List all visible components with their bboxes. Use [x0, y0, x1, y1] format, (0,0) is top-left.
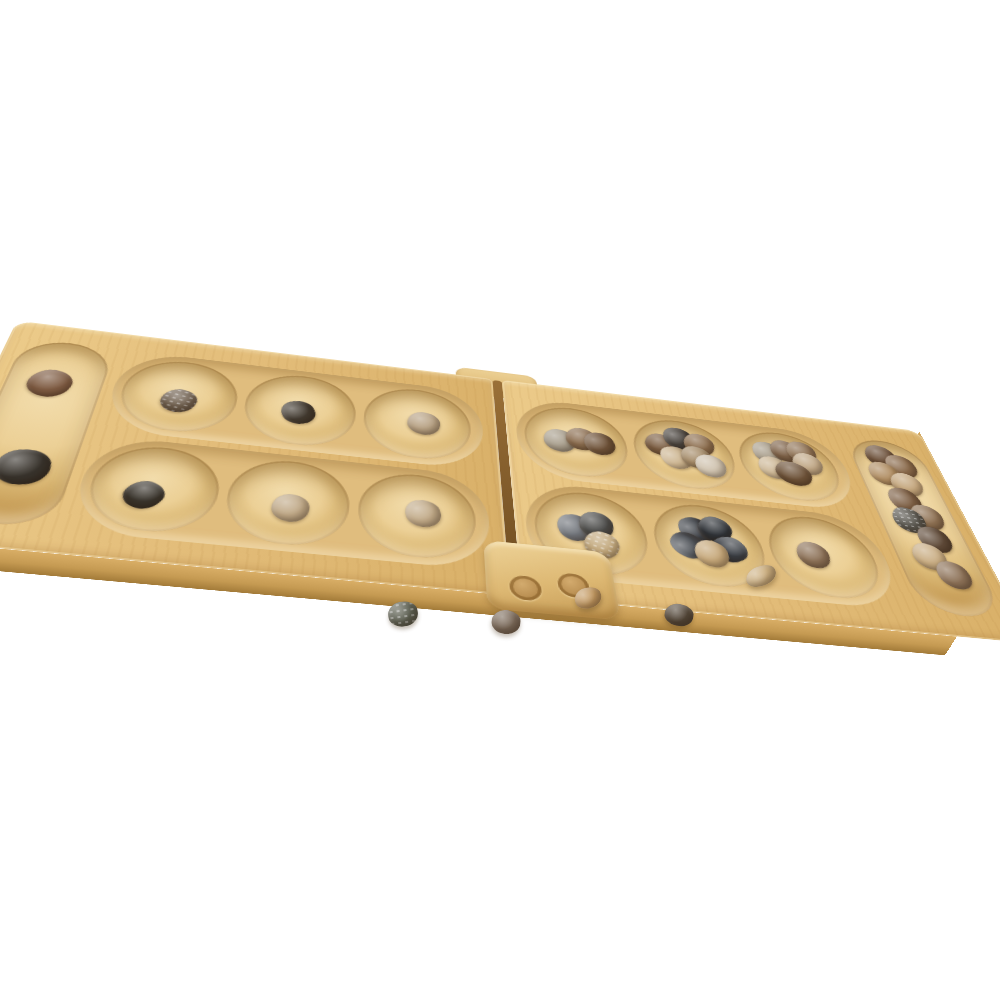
product-photo-stage: Folding bamboo mancala travel board, ope… — [0, 0, 1000, 1000]
pebble-stone — [743, 561, 779, 590]
pebble-stone — [663, 601, 696, 629]
pebble-stone — [490, 609, 521, 636]
loose-stones-area — [0, 0, 1000, 1000]
pebble-stone — [386, 600, 419, 629]
pebble-stone — [572, 585, 603, 612]
